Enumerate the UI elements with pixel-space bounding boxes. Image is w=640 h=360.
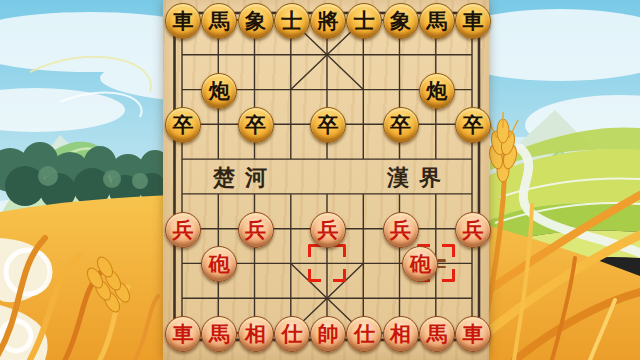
piece-red-advisor[interactable]: 仕 bbox=[346, 316, 382, 352]
piece-red-soldier[interactable]: 兵 bbox=[455, 212, 491, 248]
river-label-chu: 楚河 bbox=[213, 163, 277, 193]
piece-black-advisor[interactable]: 士 bbox=[274, 3, 310, 39]
piece-red-horse[interactable]: 馬 bbox=[419, 316, 455, 352]
cannon-motion-trail bbox=[437, 259, 446, 272]
last-move-marker-destination bbox=[308, 244, 346, 282]
xiangqi-board[interactable]: 楚河 漢界 車馬象士將士象馬車炮炮卒卒卒卒卒兵兵兵兵兵砲砲車馬相仕帥仕相馬車 bbox=[163, 0, 489, 360]
river-label-han: 漢界 bbox=[387, 163, 451, 193]
piece-black-general[interactable]: 將 bbox=[310, 3, 346, 39]
piece-black-elephant[interactable]: 象 bbox=[383, 3, 419, 39]
piece-black-soldier[interactable]: 卒 bbox=[383, 107, 419, 143]
piece-red-soldier[interactable]: 兵 bbox=[310, 212, 346, 248]
piece-red-soldier[interactable]: 兵 bbox=[238, 212, 274, 248]
piece-black-cannon[interactable]: 炮 bbox=[201, 73, 237, 109]
game-screen: 楚河 漢界 車馬象士將士象馬車炮炮卒卒卒卒卒兵兵兵兵兵砲砲車馬相仕帥仕相馬車 bbox=[0, 0, 640, 360]
piece-red-advisor[interactable]: 仕 bbox=[274, 316, 310, 352]
piece-black-elephant[interactable]: 象 bbox=[238, 3, 274, 39]
piece-red-chariot[interactable]: 車 bbox=[455, 316, 491, 352]
piece-red-elephant[interactable]: 相 bbox=[383, 316, 419, 352]
piece-black-horse[interactable]: 馬 bbox=[201, 3, 237, 39]
piece-black-cannon[interactable]: 炮 bbox=[419, 73, 455, 109]
piece-black-chariot[interactable]: 車 bbox=[455, 3, 491, 39]
piece-red-horse[interactable]: 馬 bbox=[201, 316, 237, 352]
piece-red-soldier[interactable]: 兵 bbox=[165, 212, 201, 248]
piece-black-horse[interactable]: 馬 bbox=[419, 3, 455, 39]
piece-black-chariot[interactable]: 車 bbox=[165, 3, 201, 39]
piece-black-soldier[interactable]: 卒 bbox=[238, 107, 274, 143]
piece-red-general[interactable]: 帥 bbox=[310, 316, 346, 352]
piece-black-advisor[interactable]: 士 bbox=[346, 3, 382, 39]
piece-red-chariot[interactable]: 車 bbox=[165, 316, 201, 352]
piece-red-elephant[interactable]: 相 bbox=[238, 316, 274, 352]
piece-red-soldier[interactable]: 兵 bbox=[383, 212, 419, 248]
